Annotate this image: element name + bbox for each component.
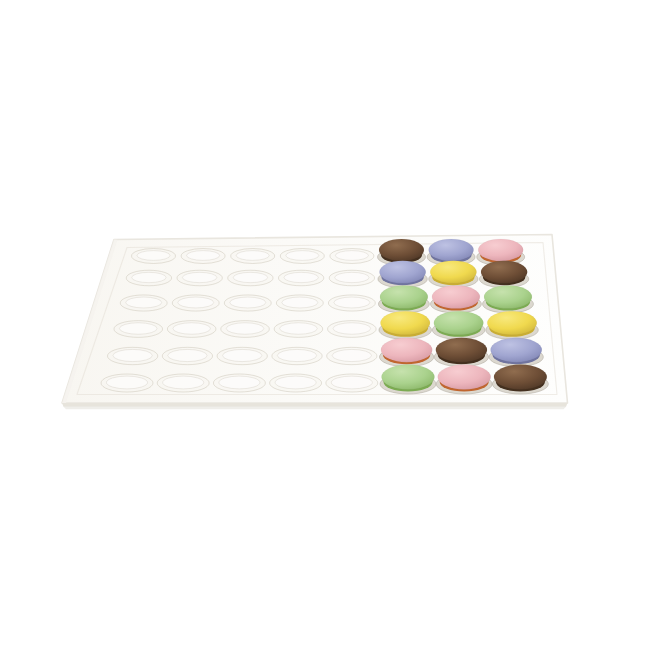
mold-cell: [224, 295, 271, 311]
mold-cell: [162, 347, 212, 364]
mold-cell: [213, 374, 265, 392]
mold-cell: [274, 321, 323, 338]
mold-cell: [329, 270, 374, 286]
macaron-shell: [432, 285, 480, 308]
mold-cell: [126, 270, 171, 286]
macaron-shell: [494, 365, 547, 390]
mold-cell: [167, 321, 216, 338]
macaron-yellow[interactable]: [379, 311, 432, 339]
macaron-shell: [487, 311, 537, 335]
macaron-yellow[interactable]: [486, 311, 539, 339]
macaron-shell: [436, 338, 487, 362]
mold-cell: [327, 347, 377, 364]
mold-cell: [101, 374, 153, 392]
macaron-shell: [491, 338, 542, 362]
macaron-pink[interactable]: [436, 365, 492, 395]
macaron-shell: [380, 285, 428, 308]
mold-cell: [280, 249, 324, 264]
mold-cell: [326, 374, 378, 392]
macaron-brown[interactable]: [434, 338, 488, 367]
mold-cell: [177, 270, 222, 286]
macaron-shell: [438, 365, 491, 390]
mold-cell: [114, 321, 163, 338]
macaron-shell: [429, 239, 474, 261]
macaron-green[interactable]: [432, 311, 485, 339]
mold-cell: [228, 270, 273, 286]
macaron-mat-board: [0, 0, 645, 645]
macaron-shell: [380, 311, 430, 335]
mold-cell: [276, 295, 323, 311]
macaron-green[interactable]: [483, 285, 534, 313]
mold-cell: [120, 295, 167, 311]
macaron-shell: [481, 261, 527, 284]
mold-cell: [107, 347, 157, 364]
mold-cell: [270, 374, 322, 392]
mold-cell: [278, 270, 323, 286]
macaron-shell: [382, 365, 435, 390]
mold-cell: [172, 295, 219, 311]
mold-cell: [181, 249, 225, 264]
macaron-yellow[interactable]: [429, 261, 478, 288]
macaron-shell: [484, 285, 532, 308]
macaron-pink[interactable]: [430, 285, 481, 313]
macaron-brown[interactable]: [479, 261, 528, 288]
mold-cell: [157, 374, 209, 392]
macaron-lavender[interactable]: [489, 338, 543, 367]
mold-cell: [231, 249, 275, 264]
macaron-shell: [430, 261, 476, 284]
macaron-shell: [381, 338, 432, 362]
macaron-brown[interactable]: [492, 365, 548, 395]
mat-bottom-side: [62, 403, 568, 407]
product-photo-stage: [0, 0, 645, 645]
mold-cell: [221, 321, 270, 338]
mold-cell: [272, 347, 322, 364]
macaron-shell: [478, 239, 523, 261]
mold-cell: [132, 249, 176, 264]
macaron-pink[interactable]: [379, 338, 433, 367]
macaron-green[interactable]: [380, 365, 436, 395]
macaron-shell: [379, 239, 424, 261]
mold-cell: [330, 249, 374, 264]
mold-cell: [328, 321, 377, 338]
macaron-shell: [379, 261, 425, 284]
macaron-shell: [434, 311, 484, 335]
mat-drop-shadow: [64, 407, 567, 410]
macaron-green[interactable]: [378, 285, 429, 313]
mold-cell: [217, 347, 267, 364]
macaron-lavender[interactable]: [378, 261, 427, 288]
mold-cell: [328, 295, 375, 311]
